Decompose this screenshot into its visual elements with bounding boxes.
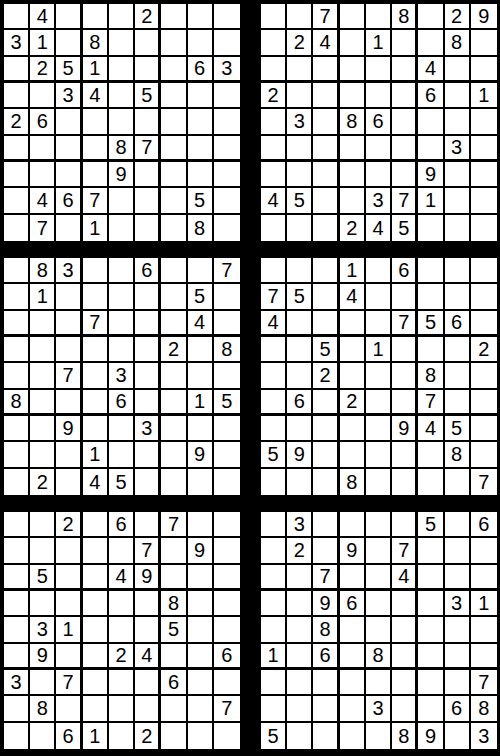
sudoku-cell-empty[interactable] <box>418 337 444 363</box>
sudoku-cell-empty[interactable] <box>214 311 240 337</box>
sudoku-cell-empty[interactable] <box>261 109 287 135</box>
sudoku-cell-empty[interactable] <box>135 363 161 389</box>
sudoku-cell-empty[interactable] <box>445 390 471 416</box>
sudoku-cell-empty[interactable] <box>4 644 30 670</box>
sudoku-cell-empty[interactable] <box>445 538 471 564</box>
sudoku-cell-empty[interactable] <box>366 469 392 495</box>
sudoku-cell-empty[interactable] <box>161 644 187 670</box>
sudoku-cell-empty[interactable] <box>366 4 392 30</box>
sudoku-cell-empty[interactable] <box>261 258 287 284</box>
sudoku-cell-empty[interactable] <box>188 617 214 643</box>
sudoku-cell-empty[interactable] <box>135 617 161 643</box>
sudoku-cell-empty[interactable] <box>135 512 161 538</box>
sudoku-cell-empty[interactable] <box>313 284 339 310</box>
sudoku-cell-empty[interactable] <box>30 83 56 109</box>
sudoku-cell-empty[interactable] <box>287 416 313 442</box>
sudoku-cell-empty[interactable] <box>4 4 30 30</box>
sudoku-cell-empty[interactable] <box>392 591 418 617</box>
sudoku-cell-empty[interactable] <box>340 696 366 722</box>
sudoku-cell-empty[interactable] <box>445 83 471 109</box>
sudoku-cell-empty[interactable] <box>161 162 187 188</box>
sudoku-cell-empty[interactable] <box>313 469 339 495</box>
sudoku-cell-empty[interactable] <box>83 109 109 135</box>
sudoku-cell-empty[interactable] <box>392 670 418 696</box>
sudoku-cell-empty[interactable] <box>109 57 135 83</box>
sudoku-cell-empty[interactable] <box>188 4 214 30</box>
sudoku-cell-empty[interactable] <box>135 337 161 363</box>
sudoku-cell-empty[interactable] <box>287 311 313 337</box>
sudoku-cell-empty[interactable] <box>261 363 287 389</box>
sudoku-cell-empty[interactable] <box>4 416 30 442</box>
sudoku-cell-empty[interactable] <box>313 442 339 468</box>
sudoku-cell-empty[interactable] <box>313 696 339 722</box>
sudoku-cell-empty[interactable] <box>340 442 366 468</box>
sudoku-cell-empty[interactable] <box>135 284 161 310</box>
sudoku-cell-empty[interactable] <box>56 644 82 670</box>
sudoku-cell-empty[interactable] <box>161 136 187 162</box>
sudoku-cell-empty[interactable] <box>392 644 418 670</box>
sudoku-cell-empty[interactable] <box>261 469 287 495</box>
sudoku-cell-empty[interactable] <box>4 188 30 214</box>
sudoku-cell-empty[interactable] <box>418 670 444 696</box>
sudoku-cell-empty[interactable] <box>471 162 497 188</box>
sudoku-cell-empty[interactable] <box>30 311 56 337</box>
sudoku-cell-empty[interactable] <box>340 416 366 442</box>
sudoku-cell-empty[interactable] <box>287 57 313 83</box>
sudoku-cell-empty[interactable] <box>471 538 497 564</box>
sudoku-cell-empty[interactable] <box>56 565 82 591</box>
sudoku-cell-empty[interactable] <box>471 109 497 135</box>
sudoku-cell-empty[interactable] <box>109 617 135 643</box>
sudoku-cell-empty[interactable] <box>161 538 187 564</box>
sudoku-cell-empty[interactable] <box>83 390 109 416</box>
sudoku-cell-empty[interactable] <box>313 136 339 162</box>
sudoku-cell-empty[interactable] <box>287 617 313 643</box>
sudoku-cell-empty[interactable] <box>109 723 135 749</box>
sudoku-cell-empty[interactable] <box>188 469 214 495</box>
sudoku-cell-empty[interactable] <box>214 538 240 564</box>
sudoku-cell-empty[interactable] <box>56 4 82 30</box>
sudoku-cell-empty[interactable] <box>261 512 287 538</box>
sudoku-cell-empty[interactable] <box>366 512 392 538</box>
sudoku-cell-empty[interactable] <box>56 284 82 310</box>
sudoku-cell-empty[interactable] <box>83 538 109 564</box>
sudoku-cell-empty[interactable] <box>261 591 287 617</box>
sudoku-cell-empty[interactable] <box>418 215 444 241</box>
sudoku-cell-empty[interactable] <box>287 363 313 389</box>
sudoku-cell-empty[interactable] <box>366 416 392 442</box>
sudoku-cell-empty[interactable] <box>109 442 135 468</box>
sudoku-cell-empty[interactable] <box>313 215 339 241</box>
sudoku-cell-empty[interactable] <box>135 670 161 696</box>
sudoku-cell-empty[interactable] <box>445 723 471 749</box>
sudoku-cell-empty[interactable] <box>83 136 109 162</box>
sudoku-cell-empty[interactable] <box>392 30 418 56</box>
sudoku-cell-empty[interactable] <box>4 258 30 284</box>
sudoku-cell-empty[interactable] <box>313 390 339 416</box>
sudoku-cell-empty[interactable] <box>366 57 392 83</box>
sudoku-cell-empty[interactable] <box>30 670 56 696</box>
sudoku-cell-empty[interactable] <box>161 258 187 284</box>
sudoku-cell-empty[interactable] <box>4 215 30 241</box>
sudoku-cell-empty[interactable] <box>340 670 366 696</box>
sudoku-cell-empty[interactable] <box>392 337 418 363</box>
sudoku-cell-empty[interactable] <box>445 215 471 241</box>
sudoku-cell-empty[interactable] <box>418 591 444 617</box>
sudoku-cell-empty[interactable] <box>418 284 444 310</box>
sudoku-cell-empty[interactable] <box>445 670 471 696</box>
sudoku-cell-empty[interactable] <box>83 337 109 363</box>
sudoku-cell-empty[interactable] <box>214 188 240 214</box>
sudoku-cell-empty[interactable] <box>83 363 109 389</box>
sudoku-cell-empty[interactable] <box>83 416 109 442</box>
sudoku-cell-empty[interactable] <box>366 538 392 564</box>
sudoku-cell-empty[interactable] <box>471 136 497 162</box>
sudoku-cell-empty[interactable] <box>56 215 82 241</box>
sudoku-cell-empty[interactable] <box>287 670 313 696</box>
sudoku-cell-empty[interactable] <box>392 512 418 538</box>
sudoku-cell-empty[interactable] <box>214 617 240 643</box>
sudoku-cell-empty[interactable] <box>418 469 444 495</box>
sudoku-cell-empty[interactable] <box>261 670 287 696</box>
sudoku-cell-empty[interactable] <box>471 284 497 310</box>
sudoku-cell-empty[interactable] <box>261 136 287 162</box>
sudoku-cell-empty[interactable] <box>188 723 214 749</box>
sudoku-cell-empty[interactable] <box>392 469 418 495</box>
sudoku-cell-empty[interactable] <box>214 469 240 495</box>
sudoku-cell-empty[interactable] <box>161 57 187 83</box>
sudoku-cell-empty[interactable] <box>4 565 30 591</box>
sudoku-cell-empty[interactable] <box>4 162 30 188</box>
sudoku-cell-empty[interactable] <box>445 469 471 495</box>
sudoku-cell-empty[interactable] <box>392 442 418 468</box>
sudoku-cell-empty[interactable] <box>83 696 109 722</box>
sudoku-cell-empty[interactable] <box>4 83 30 109</box>
sudoku-cell-empty[interactable] <box>4 696 30 722</box>
sudoku-cell-empty[interactable] <box>214 416 240 442</box>
sudoku-cell-empty[interactable] <box>418 30 444 56</box>
sudoku-cell-empty[interactable] <box>261 215 287 241</box>
sudoku-cell-empty[interactable] <box>56 162 82 188</box>
sudoku-cell-empty[interactable] <box>471 442 497 468</box>
sudoku-cell-empty[interactable] <box>340 723 366 749</box>
sudoku-cell-empty[interactable] <box>161 565 187 591</box>
sudoku-cell-empty[interactable] <box>109 30 135 56</box>
sudoku-cell-empty[interactable] <box>109 591 135 617</box>
sudoku-cell-empty[interactable] <box>445 162 471 188</box>
sudoku-cell-empty[interactable] <box>109 337 135 363</box>
sudoku-cell-empty[interactable] <box>188 644 214 670</box>
sudoku-cell-empty[interactable] <box>340 311 366 337</box>
sudoku-cell-empty[interactable] <box>83 284 109 310</box>
sudoku-cell-empty[interactable] <box>261 565 287 591</box>
sudoku-cell-empty[interactable] <box>313 162 339 188</box>
sudoku-cell-empty[interactable] <box>109 258 135 284</box>
sudoku-cell-empty[interactable] <box>287 4 313 30</box>
sudoku-cell-empty[interactable] <box>471 390 497 416</box>
sudoku-cell-empty[interactable] <box>188 512 214 538</box>
sudoku-cell-empty[interactable] <box>188 363 214 389</box>
sudoku-cell-empty[interactable] <box>287 337 313 363</box>
sudoku-cell-empty[interactable] <box>161 109 187 135</box>
sudoku-cell-empty[interactable] <box>287 162 313 188</box>
sudoku-cell-empty[interactable] <box>392 696 418 722</box>
sudoku-cell-empty[interactable] <box>261 696 287 722</box>
sudoku-cell-empty[interactable] <box>445 57 471 83</box>
sudoku-cell-empty[interactable] <box>135 215 161 241</box>
sudoku-cell-empty[interactable] <box>56 591 82 617</box>
sudoku-cell-empty[interactable] <box>445 284 471 310</box>
sudoku-cell-empty[interactable] <box>135 188 161 214</box>
sudoku-cell-empty[interactable] <box>471 644 497 670</box>
sudoku-cell-empty[interactable] <box>445 363 471 389</box>
sudoku-cell-empty[interactable] <box>4 311 30 337</box>
sudoku-cell-empty[interactable] <box>135 162 161 188</box>
sudoku-cell-empty[interactable] <box>340 162 366 188</box>
sudoku-cell-empty[interactable] <box>471 215 497 241</box>
sudoku-cell-empty[interactable] <box>4 136 30 162</box>
sudoku-cell-empty[interactable] <box>418 258 444 284</box>
sudoku-cell-empty[interactable] <box>135 696 161 722</box>
sudoku-cell-empty[interactable] <box>340 57 366 83</box>
sudoku-cell-empty[interactable] <box>471 57 497 83</box>
sudoku-cell-empty[interactable] <box>261 57 287 83</box>
sudoku-cell-empty[interactable] <box>109 188 135 214</box>
sudoku-cell-empty[interactable] <box>392 617 418 643</box>
sudoku-cell-empty[interactable] <box>30 442 56 468</box>
sudoku-cell-empty[interactable] <box>214 30 240 56</box>
sudoku-cell-empty[interactable] <box>392 57 418 83</box>
sudoku-cell-empty[interactable] <box>261 390 287 416</box>
sudoku-cell-empty[interactable] <box>161 311 187 337</box>
sudoku-cell-empty[interactable] <box>56 390 82 416</box>
sudoku-cell-empty[interactable] <box>30 538 56 564</box>
sudoku-cell-empty[interactable] <box>56 538 82 564</box>
sudoku-cell-empty[interactable] <box>261 337 287 363</box>
sudoku-cell-empty[interactable] <box>109 4 135 30</box>
sudoku-cell-empty[interactable] <box>4 57 30 83</box>
sudoku-cell-empty[interactable] <box>418 644 444 670</box>
sudoku-cell-empty[interactable] <box>366 591 392 617</box>
sudoku-cell-empty[interactable] <box>188 696 214 722</box>
sudoku-cell-empty[interactable] <box>471 311 497 337</box>
sudoku-cell-empty[interactable] <box>30 416 56 442</box>
sudoku-cell-empty[interactable] <box>109 538 135 564</box>
sudoku-cell-empty[interactable] <box>366 162 392 188</box>
sudoku-cell-empty[interactable] <box>366 258 392 284</box>
sudoku-cell-empty[interactable] <box>83 4 109 30</box>
sudoku-cell-empty[interactable] <box>287 696 313 722</box>
sudoku-cell-empty[interactable] <box>340 565 366 591</box>
sudoku-cell-empty[interactable] <box>188 565 214 591</box>
sudoku-cell-empty[interactable] <box>445 565 471 591</box>
sudoku-cell-empty[interactable] <box>471 363 497 389</box>
sudoku-cell-empty[interactable] <box>340 83 366 109</box>
sudoku-cell-empty[interactable] <box>313 723 339 749</box>
sudoku-cell-empty[interactable] <box>109 83 135 109</box>
sudoku-cell-empty[interactable] <box>366 390 392 416</box>
sudoku-cell-empty[interactable] <box>214 363 240 389</box>
sudoku-cell-empty[interactable] <box>287 258 313 284</box>
sudoku-cell-empty[interactable] <box>135 442 161 468</box>
sudoku-cell-empty[interactable] <box>4 591 30 617</box>
sudoku-cell-empty[interactable] <box>418 109 444 135</box>
sudoku-cell-empty[interactable] <box>83 591 109 617</box>
sudoku-cell-empty[interactable] <box>83 565 109 591</box>
sudoku-cell-empty[interactable] <box>83 162 109 188</box>
sudoku-cell-empty[interactable] <box>340 617 366 643</box>
sudoku-cell-empty[interactable] <box>56 469 82 495</box>
sudoku-cell-empty[interactable] <box>366 284 392 310</box>
sudoku-cell-empty[interactable] <box>161 83 187 109</box>
sudoku-cell-empty[interactable] <box>214 591 240 617</box>
sudoku-cell-empty[interactable] <box>56 30 82 56</box>
sudoku-cell-empty[interactable] <box>214 670 240 696</box>
sudoku-cell-empty[interactable] <box>30 390 56 416</box>
sudoku-cell-empty[interactable] <box>287 644 313 670</box>
sudoku-cell-empty[interactable] <box>214 723 240 749</box>
sudoku-cell-empty[interactable] <box>4 469 30 495</box>
sudoku-cell-empty[interactable] <box>161 696 187 722</box>
sudoku-cell-empty[interactable] <box>135 469 161 495</box>
sudoku-cell-empty[interactable] <box>135 591 161 617</box>
sudoku-cell-empty[interactable] <box>287 565 313 591</box>
sudoku-cell-empty[interactable] <box>188 258 214 284</box>
sudoku-cell-empty[interactable] <box>392 83 418 109</box>
sudoku-cell-empty[interactable] <box>4 337 30 363</box>
sudoku-cell-empty[interactable] <box>109 670 135 696</box>
sudoku-cell-empty[interactable] <box>83 512 109 538</box>
sudoku-cell-empty[interactable] <box>83 644 109 670</box>
sudoku-cell-empty[interactable] <box>4 284 30 310</box>
sudoku-cell-empty[interactable] <box>366 311 392 337</box>
sudoku-cell-empty[interactable] <box>471 416 497 442</box>
sudoku-cell-empty[interactable] <box>366 136 392 162</box>
sudoku-cell-empty[interactable] <box>366 565 392 591</box>
sudoku-cell-empty[interactable] <box>313 311 339 337</box>
sudoku-cell-empty[interactable] <box>161 4 187 30</box>
sudoku-cell-empty[interactable] <box>214 512 240 538</box>
sudoku-cell-empty[interactable] <box>340 188 366 214</box>
sudoku-cell-empty[interactable] <box>83 617 109 643</box>
sudoku-cell-empty[interactable] <box>214 83 240 109</box>
sudoku-cell-empty[interactable] <box>366 83 392 109</box>
sudoku-cell-empty[interactable] <box>109 215 135 241</box>
sudoku-cell-empty[interactable] <box>313 109 339 135</box>
sudoku-cell-empty[interactable] <box>366 723 392 749</box>
sudoku-cell-empty[interactable] <box>188 337 214 363</box>
sudoku-cell-empty[interactable] <box>313 188 339 214</box>
sudoku-cell-empty[interactable] <box>135 30 161 56</box>
sudoku-cell-empty[interactable] <box>30 136 56 162</box>
sudoku-cell-empty[interactable] <box>471 617 497 643</box>
sudoku-cell-empty[interactable] <box>340 30 366 56</box>
sudoku-cell-empty[interactable] <box>261 416 287 442</box>
sudoku-cell-empty[interactable] <box>161 215 187 241</box>
sudoku-cell-empty[interactable] <box>445 512 471 538</box>
sudoku-cell-empty[interactable] <box>340 4 366 30</box>
sudoku-cell-empty[interactable] <box>445 617 471 643</box>
sudoku-cell-empty[interactable] <box>366 670 392 696</box>
sudoku-cell-empty[interactable] <box>56 109 82 135</box>
sudoku-cell-empty[interactable] <box>135 109 161 135</box>
sudoku-cell-empty[interactable] <box>161 416 187 442</box>
sudoku-cell-empty[interactable] <box>313 670 339 696</box>
sudoku-cell-empty[interactable] <box>56 337 82 363</box>
sudoku-cell-empty[interactable] <box>30 512 56 538</box>
sudoku-cell-empty[interactable] <box>313 83 339 109</box>
sudoku-cell-empty[interactable] <box>418 696 444 722</box>
sudoku-cell-empty[interactable] <box>135 390 161 416</box>
sudoku-cell-empty[interactable] <box>261 4 287 30</box>
sudoku-cell-empty[interactable] <box>109 311 135 337</box>
sudoku-cell-empty[interactable] <box>30 162 56 188</box>
sudoku-cell-empty[interactable] <box>392 363 418 389</box>
sudoku-cell-empty[interactable] <box>56 311 82 337</box>
sudoku-cell-empty[interactable] <box>313 538 339 564</box>
sudoku-cell-empty[interactable] <box>214 4 240 30</box>
sudoku-cell-empty[interactable] <box>161 442 187 468</box>
sudoku-cell-empty[interactable] <box>261 538 287 564</box>
sudoku-cell-empty[interactable] <box>445 109 471 135</box>
sudoku-cell-empty[interactable] <box>109 416 135 442</box>
sudoku-cell-empty[interactable] <box>83 670 109 696</box>
sudoku-cell-empty[interactable] <box>188 591 214 617</box>
sudoku-cell-empty[interactable] <box>418 136 444 162</box>
sudoku-cell-empty[interactable] <box>366 442 392 468</box>
sudoku-cell-empty[interactable] <box>161 723 187 749</box>
sudoku-cell-empty[interactable] <box>287 215 313 241</box>
sudoku-cell-empty[interactable] <box>135 311 161 337</box>
sudoku-cell-empty[interactable] <box>261 617 287 643</box>
sudoku-cell-empty[interactable] <box>56 136 82 162</box>
sudoku-cell-empty[interactable] <box>109 109 135 135</box>
sudoku-cell-empty[interactable] <box>4 723 30 749</box>
sudoku-cell-empty[interactable] <box>214 109 240 135</box>
sudoku-cell-empty[interactable] <box>471 258 497 284</box>
sudoku-cell-empty[interactable] <box>161 188 187 214</box>
sudoku-cell-empty[interactable] <box>188 416 214 442</box>
sudoku-cell-empty[interactable] <box>418 617 444 643</box>
sudoku-cell-empty[interactable] <box>4 512 30 538</box>
sudoku-cell-empty[interactable] <box>109 284 135 310</box>
sudoku-cell-empty[interactable] <box>161 363 187 389</box>
sudoku-cell-empty[interactable] <box>161 469 187 495</box>
sudoku-cell-empty[interactable] <box>445 258 471 284</box>
sudoku-cell-empty[interactable] <box>287 723 313 749</box>
sudoku-cell-empty[interactable] <box>313 57 339 83</box>
sudoku-cell-empty[interactable] <box>30 363 56 389</box>
sudoku-cell-empty[interactable] <box>214 162 240 188</box>
sudoku-cell-empty[interactable] <box>261 162 287 188</box>
sudoku-cell-empty[interactable] <box>188 30 214 56</box>
sudoku-cell-empty[interactable] <box>214 565 240 591</box>
sudoku-cell-empty[interactable] <box>445 644 471 670</box>
sudoku-cell-empty[interactable] <box>392 136 418 162</box>
sudoku-cell-empty[interactable] <box>161 30 187 56</box>
sudoku-cell-empty[interactable] <box>340 136 366 162</box>
sudoku-cell-empty[interactable] <box>287 83 313 109</box>
sudoku-cell-empty[interactable] <box>4 442 30 468</box>
sudoku-cell-empty[interactable] <box>418 4 444 30</box>
sudoku-cell-empty[interactable] <box>366 363 392 389</box>
sudoku-cell-empty[interactable] <box>392 390 418 416</box>
sudoku-cell-empty[interactable] <box>135 57 161 83</box>
sudoku-cell-empty[interactable] <box>340 512 366 538</box>
sudoku-cell-empty[interactable] <box>109 696 135 722</box>
sudoku-cell-empty[interactable] <box>83 258 109 284</box>
sudoku-cell-empty[interactable] <box>418 538 444 564</box>
